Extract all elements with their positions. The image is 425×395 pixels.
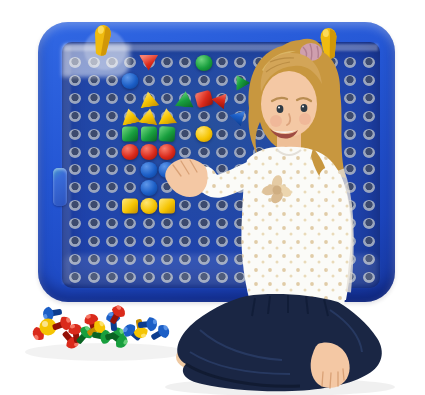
sleeve-dots xyxy=(205,170,258,186)
child-skirt xyxy=(177,294,382,391)
product-photo-scene xyxy=(0,0,425,395)
cheek-blush xyxy=(270,115,282,127)
floor-shadow xyxy=(25,343,185,361)
child-hand-placing-peg xyxy=(165,159,207,197)
hanging-hook-left-icon xyxy=(93,24,112,57)
cheek-blush xyxy=(299,113,311,125)
scene-overlay xyxy=(0,0,425,395)
child-face xyxy=(261,71,317,137)
child xyxy=(165,39,382,391)
